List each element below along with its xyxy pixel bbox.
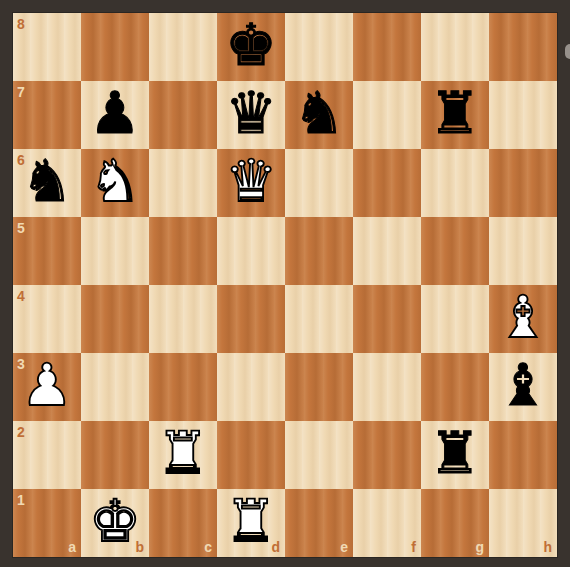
piece-black-rook-g7[interactable]: ♜	[429, 79, 481, 147]
square-f1[interactable]: f	[353, 489, 421, 557]
square-b2[interactable]	[81, 421, 149, 489]
square-g3[interactable]	[421, 353, 489, 421]
piece-white-pawn-a3[interactable]: ♟	[21, 351, 73, 419]
square-d4[interactable]	[217, 285, 285, 353]
square-g5[interactable]	[421, 217, 489, 285]
file-label-a: a	[68, 540, 76, 554]
rank-label-4: 4	[17, 289, 25, 303]
piece-black-knight-a6[interactable]: ♞	[21, 147, 73, 215]
square-f5[interactable]	[353, 217, 421, 285]
square-d8[interactable]: ♚	[217, 13, 285, 81]
square-a2[interactable]: 2	[13, 421, 81, 489]
piece-white-king-b1[interactable]: ♚	[89, 487, 141, 555]
square-h8[interactable]	[489, 13, 557, 81]
piece-black-rook-g2[interactable]: ♜	[429, 419, 481, 487]
square-f3[interactable]	[353, 353, 421, 421]
square-c5[interactable]	[149, 217, 217, 285]
square-b3[interactable]	[81, 353, 149, 421]
square-d2[interactable]	[217, 421, 285, 489]
square-e6[interactable]	[285, 149, 353, 217]
square-e5[interactable]	[285, 217, 353, 285]
square-a6[interactable]: 6♞	[13, 149, 81, 217]
square-d5[interactable]	[217, 217, 285, 285]
file-label-h: h	[543, 540, 552, 554]
square-b6[interactable]: ♞	[81, 149, 149, 217]
square-d6[interactable]: ♛	[217, 149, 285, 217]
square-b1[interactable]: b♚	[81, 489, 149, 557]
piece-black-king-d8[interactable]: ♚	[225, 11, 277, 79]
file-label-f: f	[411, 540, 416, 554]
piece-black-queen-d7[interactable]: ♛	[225, 79, 277, 147]
square-c6[interactable]	[149, 149, 217, 217]
square-h1[interactable]: h	[489, 489, 557, 557]
square-g1[interactable]: g	[421, 489, 489, 557]
square-f4[interactable]	[353, 285, 421, 353]
square-d1[interactable]: d♜	[217, 489, 285, 557]
square-g6[interactable]	[421, 149, 489, 217]
rank-label-5: 5	[17, 221, 25, 235]
square-a4[interactable]: 4	[13, 285, 81, 353]
square-e8[interactable]	[285, 13, 353, 81]
square-g7[interactable]: ♜	[421, 81, 489, 149]
square-a3[interactable]: 3♟	[13, 353, 81, 421]
piece-black-knight-e7[interactable]: ♞	[293, 79, 345, 147]
square-a1[interactable]: 1a	[13, 489, 81, 557]
square-c8[interactable]	[149, 13, 217, 81]
square-h3[interactable]: ♝	[489, 353, 557, 421]
rank-label-2: 2	[17, 425, 25, 439]
square-b8[interactable]	[81, 13, 149, 81]
square-b5[interactable]	[81, 217, 149, 285]
rank-label-8: 8	[17, 17, 25, 31]
square-e4[interactable]	[285, 285, 353, 353]
square-e3[interactable]	[285, 353, 353, 421]
square-a8[interactable]: 8	[13, 13, 81, 81]
square-b4[interactable]	[81, 285, 149, 353]
piece-white-knight-b6[interactable]: ♞	[89, 147, 141, 215]
square-e2[interactable]	[285, 421, 353, 489]
square-a7[interactable]: 7	[13, 81, 81, 149]
piece-white-bishop-h4[interactable]: ♝	[497, 283, 549, 351]
square-f7[interactable]	[353, 81, 421, 149]
square-e1[interactable]: e	[285, 489, 353, 557]
square-d7[interactable]: ♛	[217, 81, 285, 149]
square-h5[interactable]	[489, 217, 557, 285]
piece-white-queen-d6[interactable]: ♛	[225, 147, 277, 215]
square-h2[interactable]	[489, 421, 557, 489]
rank-label-7: 7	[17, 85, 25, 99]
square-c7[interactable]	[149, 81, 217, 149]
square-h6[interactable]	[489, 149, 557, 217]
file-label-g: g	[475, 540, 484, 554]
rank-label-1: 1	[17, 493, 25, 507]
square-g2[interactable]: ♜	[421, 421, 489, 489]
square-d3[interactable]	[217, 353, 285, 421]
chess-app-stage: 8♚7♟♛♞♜6♞♞♛54♝3♟♝2♜♜1ab♚cd♜efgh	[0, 0, 570, 567]
gear-icon[interactable]	[565, 44, 570, 59]
square-a5[interactable]: 5	[13, 217, 81, 285]
square-e7[interactable]: ♞	[285, 81, 353, 149]
square-b7[interactable]: ♟	[81, 81, 149, 149]
square-f2[interactable]	[353, 421, 421, 489]
square-h7[interactable]	[489, 81, 557, 149]
square-c2[interactable]: ♜	[149, 421, 217, 489]
square-g8[interactable]	[421, 13, 489, 81]
file-label-c: c	[204, 540, 212, 554]
square-c3[interactable]	[149, 353, 217, 421]
file-label-e: e	[340, 540, 348, 554]
chess-board: 8♚7♟♛♞♜6♞♞♛54♝3♟♝2♜♜1ab♚cd♜efgh	[13, 13, 557, 557]
square-c1[interactable]: c	[149, 489, 217, 557]
square-f8[interactable]	[353, 13, 421, 81]
piece-black-pawn-b7[interactable]: ♟	[89, 79, 141, 147]
square-c4[interactable]	[149, 285, 217, 353]
square-f6[interactable]	[353, 149, 421, 217]
piece-white-rook-c2[interactable]: ♜	[157, 419, 209, 487]
piece-white-rook-d1[interactable]: ♜	[225, 487, 277, 555]
square-g4[interactable]	[421, 285, 489, 353]
square-h4[interactable]: ♝	[489, 285, 557, 353]
piece-black-bishop-h3[interactable]: ♝	[497, 351, 549, 419]
